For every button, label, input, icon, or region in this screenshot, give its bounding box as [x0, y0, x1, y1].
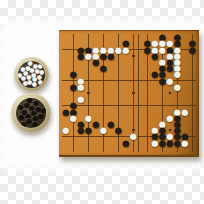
- black-stones-pile: ●●●●●●●●●●●●●●●●: [16, 98, 46, 128]
- black-stone: ●: [85, 46, 93, 52]
- black-stone: ●: [85, 127, 93, 133]
- white-stone: ●: [21, 75, 26, 81]
- black-stone: ●: [174, 34, 182, 40]
- black-stone: ●: [38, 113, 44, 119]
- white-stone: ●: [18, 72, 22, 78]
- black-stone: ●: [35, 105, 41, 111]
- white-stone: ●: [31, 72, 36, 78]
- white-stone: ●: [26, 74, 31, 80]
- black-stone: ●: [159, 34, 167, 40]
- black-stone: ●: [62, 108, 70, 114]
- black-stone: ●: [159, 133, 167, 139]
- board-cell[interactable]: [85, 146, 93, 152]
- white-stone: ●: [85, 53, 93, 59]
- white-stone: ●: [107, 46, 115, 52]
- black-stone: ●: [144, 46, 152, 52]
- white-stone: ●: [29, 67, 34, 73]
- black-stone: ●: [24, 101, 30, 107]
- white-stone: ●: [100, 46, 108, 52]
- white-stone: ●: [166, 40, 174, 46]
- white-stone: ●: [20, 66, 25, 72]
- white-stone: ●: [159, 121, 167, 127]
- black-stone: ●: [77, 53, 85, 59]
- black-stone: ●: [151, 133, 159, 139]
- white-stone: ●: [38, 79, 43, 85]
- black-stone: ●: [122, 139, 130, 145]
- white-stone: ●: [159, 46, 167, 52]
- white-stone: ●: [23, 70, 28, 76]
- white-stones-pile: ●●●●●●●●●●●●●●●●●●●: [18, 61, 45, 88]
- black-stone: ●: [174, 127, 182, 133]
- black-stone: ●: [174, 139, 182, 145]
- black-stone: ●: [26, 118, 32, 124]
- white-stone: ●: [174, 65, 182, 71]
- white-stone: ●: [115, 46, 123, 52]
- white-stone: ●: [166, 53, 174, 59]
- board-cell[interactable]: [92, 146, 100, 152]
- black-stone: ●: [21, 121, 27, 127]
- board-cell[interactable]: [130, 146, 138, 152]
- black-stone: ●: [144, 40, 152, 46]
- black-stone: ●: [77, 46, 85, 52]
- board-cell[interactable]: [62, 146, 70, 152]
- white-stone: ●: [25, 65, 30, 71]
- black-stone: ●: [115, 127, 123, 133]
- white-stone: ●: [181, 108, 189, 114]
- black-stone: ●: [92, 121, 100, 127]
- white-stone: ●: [92, 46, 100, 52]
- black-stone: ●: [92, 59, 100, 65]
- black-stone: ●: [174, 115, 182, 121]
- white-stone: ●: [77, 96, 85, 102]
- white-stone: ●: [151, 139, 159, 145]
- board-cell[interactable]: [144, 146, 152, 152]
- board-cell[interactable]: [174, 146, 182, 152]
- black-stone: ●: [25, 113, 31, 119]
- black-stone: ●: [166, 46, 174, 52]
- board-cell[interactable]: [189, 146, 197, 152]
- white-stone: ●: [159, 59, 167, 65]
- black-stone: ●: [77, 127, 85, 133]
- black-stone: ●: [122, 40, 130, 46]
- black-stone: ●: [70, 84, 78, 90]
- white-stone: ●: [151, 40, 159, 46]
- board-cell[interactable]: [181, 146, 189, 152]
- black-stones-bowl[interactable]: ●●●●●●●●●●●●●●●●: [11, 93, 51, 133]
- black-stone: ●: [70, 108, 78, 114]
- black-stone: ●: [21, 109, 27, 115]
- black-stone: ●: [77, 121, 85, 127]
- white-stone: ●: [33, 63, 38, 69]
- white-stone: ●: [27, 61, 32, 66]
- black-stone: ●: [189, 40, 197, 46]
- white-stone: ●: [32, 76, 37, 82]
- black-stone: ●: [159, 127, 167, 133]
- white-stone: ●: [174, 59, 182, 65]
- black-stone: ●: [26, 98, 32, 103]
- black-stone: ●: [32, 115, 38, 121]
- black-stone: ●: [100, 65, 108, 71]
- board-cell[interactable]: [115, 146, 123, 152]
- board-cell[interactable]: [107, 146, 115, 152]
- board-cell[interactable]: [166, 146, 174, 152]
- white-stone: ●: [37, 74, 42, 80]
- black-stone: ●: [18, 114, 24, 120]
- white-stone: ●: [122, 46, 130, 52]
- black-stone: ●: [166, 59, 174, 65]
- white-stone: ●: [151, 46, 159, 52]
- white-stone: ●: [62, 127, 70, 133]
- black-stone: ●: [33, 100, 39, 106]
- white-stone: ●: [174, 46, 182, 52]
- white-stone: ●: [70, 115, 78, 121]
- white-stone: ●: [27, 79, 32, 85]
- board-cell[interactable]: [77, 146, 85, 152]
- board-cell[interactable]: [151, 146, 159, 152]
- white-stone: ●: [151, 127, 159, 133]
- black-stone: ●: [18, 104, 24, 110]
- black-stone: ●: [166, 139, 174, 145]
- black-stone: ●: [32, 121, 38, 127]
- white-stone: ●: [166, 115, 174, 121]
- white-stone: ●: [166, 133, 174, 139]
- board-cell[interactable]: [159, 146, 167, 152]
- black-stone: ●: [174, 133, 182, 139]
- black-stone: ●: [41, 107, 46, 113]
- white-stone: ●: [166, 77, 174, 83]
- board-grid: ●●●●●●●●●●●●●●●●●●●●●●●●●●●●●●●●●●●●●●●●…: [62, 34, 196, 152]
- black-stone: ●: [70, 102, 78, 108]
- black-stone: ●: [107, 53, 115, 59]
- white-stone: ●: [174, 71, 182, 77]
- white-stone: ●: [35, 68, 40, 74]
- black-stone: ●: [189, 46, 197, 52]
- white-stone: ●: [92, 53, 100, 59]
- white-stone: ●: [130, 133, 138, 139]
- white-stone: ●: [85, 115, 93, 121]
- black-stone: ●: [159, 65, 167, 71]
- black-stone: ●: [174, 121, 182, 127]
- white-stone: ●: [100, 127, 108, 133]
- black-stone: ●: [166, 65, 174, 71]
- white-stone: ●: [181, 139, 189, 145]
- white-stone: ●: [77, 77, 85, 83]
- black-stone: ●: [174, 40, 182, 46]
- black-stone: ●: [29, 104, 35, 110]
- white-stone: ●: [38, 63, 43, 69]
- go-scene: ●●●●●●●●●●●●●●●●●●● ●●●●●●●●●●●●●●●● ●●●…: [0, 0, 204, 204]
- white-stone: ●: [77, 84, 85, 90]
- white-stone: ●: [174, 108, 182, 114]
- black-stone: ●: [100, 53, 108, 59]
- white-stones-bowl[interactable]: ●●●●●●●●●●●●●●●●●●●: [14, 57, 49, 92]
- white-stone: ●: [32, 81, 37, 87]
- black-stone: ●: [159, 71, 167, 77]
- white-stone: ●: [174, 84, 182, 90]
- white-stone: ●: [39, 69, 44, 75]
- board-cell[interactable]: [100, 146, 108, 152]
- black-stone: ●: [70, 71, 78, 77]
- black-stone: ●: [151, 71, 159, 77]
- white-stone: ●: [23, 80, 28, 86]
- black-stone: ●: [181, 133, 189, 139]
- board-cell[interactable]: [70, 146, 78, 152]
- black-stone: ●: [31, 110, 37, 116]
- go-board: ●●●●●●●●●●●●●●●●●●●●●●●●●●●●●●●●●●●●●●●●…: [59, 30, 199, 157]
- black-stone: ●: [151, 53, 159, 59]
- board-cell[interactable]: [122, 146, 130, 152]
- white-stone: ●: [159, 40, 167, 46]
- black-stone: ●: [159, 77, 167, 83]
- black-stone: ●: [159, 139, 167, 145]
- white-stone: ●: [174, 53, 182, 59]
- black-stone: ●: [107, 121, 115, 127]
